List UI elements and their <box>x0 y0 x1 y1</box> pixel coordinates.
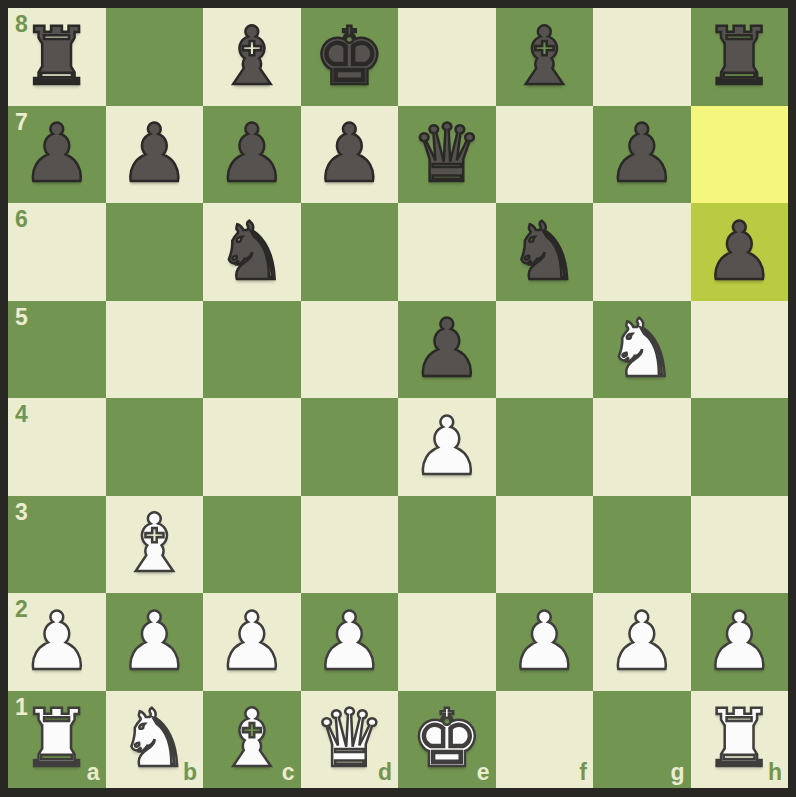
piece-black-pawn-h6[interactable]: ♟ <box>691 203 789 301</box>
piece-black-pawn-a7[interactable]: ♟ <box>8 106 106 204</box>
square-f1[interactable]: f <box>496 691 594 789</box>
piece-white-pawn-e4[interactable]: ♟ <box>398 398 496 496</box>
square-d6[interactable] <box>301 203 399 301</box>
piece-white-pawn-a2[interactable]: ♟ <box>8 593 106 691</box>
square-c6[interactable]: ♞ <box>203 203 301 301</box>
square-e6[interactable] <box>398 203 496 301</box>
piece-black-rook-h8[interactable]: ♜ <box>691 8 789 106</box>
square-h2[interactable]: ♟ <box>691 593 789 691</box>
square-g1[interactable]: g <box>593 691 691 789</box>
piece-white-rook-a1[interactable]: ♜ <box>8 691 106 789</box>
square-d8[interactable]: ♚ <box>301 8 399 106</box>
rank-label-5: 5 <box>15 306 28 329</box>
piece-black-bishop-c8[interactable]: ♝ <box>203 8 301 106</box>
square-h3[interactable] <box>691 496 789 594</box>
rank-label-4: 4 <box>15 403 28 426</box>
square-d3[interactable] <box>301 496 399 594</box>
square-a2[interactable]: 2♟ <box>8 593 106 691</box>
file-label-g: g <box>670 761 684 784</box>
piece-white-pawn-g2[interactable]: ♟ <box>593 593 691 691</box>
square-b3[interactable]: ♝ <box>106 496 204 594</box>
square-a8[interactable]: 8♜ <box>8 8 106 106</box>
square-g8[interactable] <box>593 8 691 106</box>
square-g6[interactable] <box>593 203 691 301</box>
piece-black-pawn-g7[interactable]: ♟ <box>593 106 691 204</box>
square-c1[interactable]: c♝ <box>203 691 301 789</box>
piece-black-rook-a8[interactable]: ♜ <box>8 8 106 106</box>
square-e7[interactable]: ♛ <box>398 106 496 204</box>
piece-black-knight-f6[interactable]: ♞ <box>496 203 594 301</box>
piece-white-knight-g5[interactable]: ♞ <box>593 301 691 399</box>
square-e1[interactable]: e♚ <box>398 691 496 789</box>
rank-label-6: 6 <box>15 208 28 231</box>
square-g5[interactable]: ♞ <box>593 301 691 399</box>
square-c7[interactable]: ♟ <box>203 106 301 204</box>
piece-black-pawn-e5[interactable]: ♟ <box>398 301 496 399</box>
piece-white-knight-b1[interactable]: ♞ <box>106 691 204 789</box>
piece-black-queen-e7[interactable]: ♛ <box>398 106 496 204</box>
chess-board: 8♜♝♚♝♜7♟♟♟♟♛♟6♞♞♟5♟♞4♟3♝2♟♟♟♟♟♟♟1a♜b♞c♝d… <box>8 8 788 788</box>
piece-black-pawn-b7[interactable]: ♟ <box>106 106 204 204</box>
square-h7[interactable] <box>691 106 789 204</box>
piece-white-bishop-b3[interactable]: ♝ <box>106 496 204 594</box>
square-f6[interactable]: ♞ <box>496 203 594 301</box>
square-h1[interactable]: h♜ <box>691 691 789 789</box>
piece-white-pawn-b2[interactable]: ♟ <box>106 593 204 691</box>
square-b6[interactable] <box>106 203 204 301</box>
piece-white-pawn-d2[interactable]: ♟ <box>301 593 399 691</box>
square-b4[interactable] <box>106 398 204 496</box>
square-a6[interactable]: 6 <box>8 203 106 301</box>
square-f5[interactable] <box>496 301 594 399</box>
square-c4[interactable] <box>203 398 301 496</box>
square-c2[interactable]: ♟ <box>203 593 301 691</box>
square-d7[interactable]: ♟ <box>301 106 399 204</box>
square-d4[interactable] <box>301 398 399 496</box>
piece-white-queen-d1[interactable]: ♛ <box>301 691 399 789</box>
piece-white-pawn-f2[interactable]: ♟ <box>496 593 594 691</box>
square-d2[interactable]: ♟ <box>301 593 399 691</box>
square-f8[interactable]: ♝ <box>496 8 594 106</box>
square-h6[interactable]: ♟ <box>691 203 789 301</box>
square-f7[interactable] <box>496 106 594 204</box>
square-c5[interactable] <box>203 301 301 399</box>
square-b5[interactable] <box>106 301 204 399</box>
file-label-f: f <box>579 761 587 784</box>
square-a3[interactable]: 3 <box>8 496 106 594</box>
piece-black-bishop-f8[interactable]: ♝ <box>496 8 594 106</box>
piece-white-rook-h1[interactable]: ♜ <box>691 691 789 789</box>
square-a7[interactable]: 7♟ <box>8 106 106 204</box>
piece-white-bishop-c1[interactable]: ♝ <box>203 691 301 789</box>
square-f3[interactable] <box>496 496 594 594</box>
square-b8[interactable] <box>106 8 204 106</box>
square-c8[interactable]: ♝ <box>203 8 301 106</box>
square-a5[interactable]: 5 <box>8 301 106 399</box>
piece-black-king-d8[interactable]: ♚ <box>301 8 399 106</box>
piece-black-pawn-d7[interactable]: ♟ <box>301 106 399 204</box>
square-g3[interactable] <box>593 496 691 594</box>
piece-white-pawn-h2[interactable]: ♟ <box>691 593 789 691</box>
square-b2[interactable]: ♟ <box>106 593 204 691</box>
square-h5[interactable] <box>691 301 789 399</box>
square-e5[interactable]: ♟ <box>398 301 496 399</box>
square-d1[interactable]: d♛ <box>301 691 399 789</box>
piece-white-king-e1[interactable]: ♚ <box>398 691 496 789</box>
square-c3[interactable] <box>203 496 301 594</box>
square-e2[interactable] <box>398 593 496 691</box>
square-a1[interactable]: 1a♜ <box>8 691 106 789</box>
square-f4[interactable] <box>496 398 594 496</box>
square-d5[interactable] <box>301 301 399 399</box>
square-b1[interactable]: b♞ <box>106 691 204 789</box>
square-e3[interactable] <box>398 496 496 594</box>
square-g7[interactable]: ♟ <box>593 106 691 204</box>
square-g4[interactable] <box>593 398 691 496</box>
square-e8[interactable] <box>398 8 496 106</box>
square-f2[interactable]: ♟ <box>496 593 594 691</box>
square-a4[interactable]: 4 <box>8 398 106 496</box>
square-h8[interactable]: ♜ <box>691 8 789 106</box>
piece-white-pawn-c2[interactable]: ♟ <box>203 593 301 691</box>
square-b7[interactable]: ♟ <box>106 106 204 204</box>
rank-label-3: 3 <box>15 501 28 524</box>
board-frame: 8♜♝♚♝♜7♟♟♟♟♛♟6♞♞♟5♟♞4♟3♝2♟♟♟♟♟♟♟1a♜b♞c♝d… <box>0 0 796 797</box>
piece-black-knight-c6[interactable]: ♞ <box>203 203 301 301</box>
square-h4[interactable] <box>691 398 789 496</box>
square-e4[interactable]: ♟ <box>398 398 496 496</box>
piece-black-pawn-c7[interactable]: ♟ <box>203 106 301 204</box>
square-g2[interactable]: ♟ <box>593 593 691 691</box>
